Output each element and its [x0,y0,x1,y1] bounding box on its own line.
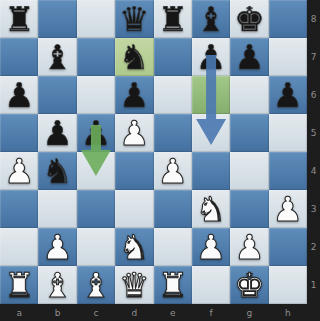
piece-white-pawn[interactable]: ♟ [157,152,187,190]
piece-black-pawn[interactable]: ♟ [273,76,303,114]
square-d1[interactable]: ♛ [115,266,153,304]
file-label-h: h [269,304,307,321]
square-c4[interactable] [77,152,115,190]
square-g6[interactable] [230,76,268,114]
rank-label-3: 3 [307,190,320,228]
piece-black-king[interactable]: ♚ [234,0,264,38]
square-b1[interactable]: ♝ [38,266,76,304]
piece-black-rook[interactable]: ♜ [4,0,34,38]
rank-label-7: 7 [307,38,320,76]
square-b2[interactable]: ♟ [38,228,76,266]
square-a7[interactable] [0,38,38,76]
square-c7[interactable] [77,38,115,76]
rank-label-4: 4 [307,152,320,190]
file-label-d: d [115,304,153,321]
square-c6[interactable] [77,76,115,114]
square-g5[interactable] [230,114,268,152]
rank-label-5: 5 [307,114,320,152]
square-b5[interactable]: ♟ [38,114,76,152]
rank-coordinates: 87654321 [307,0,320,304]
chess-board: ♜♛♜♝♚♝♞♟♟♟♟♟♟♟♟♟♞♟♞♟♟♞♟♟♜♝♝♛♜♚ [0,0,307,304]
piece-white-queen[interactable]: ♛ [119,266,149,304]
square-b3[interactable] [38,190,76,228]
square-c5[interactable]: ♟ [77,114,115,152]
piece-white-pawn[interactable]: ♟ [234,228,264,266]
square-a5[interactable] [0,114,38,152]
square-e7[interactable] [154,38,192,76]
square-f1[interactable] [192,266,230,304]
piece-white-pawn[interactable]: ♟ [42,228,72,266]
square-h1[interactable] [269,266,307,304]
square-g3[interactable] [230,190,268,228]
square-f6[interactable] [192,76,230,114]
square-d5[interactable]: ♟ [115,114,153,152]
square-e2[interactable] [154,228,192,266]
file-coordinates: abcdefgh [0,304,307,321]
chess-app: ♜♛♜♝♚♝♞♟♟♟♟♟♟♟♟♟♞♟♞♟♟♞♟♟♜♝♝♛♜♚ 87654321 … [0,0,320,321]
piece-black-knight[interactable]: ♞ [119,38,149,76]
piece-black-rook[interactable]: ♜ [157,0,187,38]
square-h4[interactable] [269,152,307,190]
square-a1[interactable]: ♜ [0,266,38,304]
piece-black-bishop[interactable]: ♝ [196,0,226,38]
piece-white-pawn[interactable]: ♟ [119,114,149,152]
square-g4[interactable] [230,152,268,190]
square-h8[interactable] [269,0,307,38]
square-b7[interactable]: ♝ [38,38,76,76]
piece-black-pawn[interactable]: ♟ [119,76,149,114]
piece-white-pawn[interactable]: ♟ [273,190,303,228]
square-a3[interactable] [0,190,38,228]
square-f7[interactable]: ♟ [192,38,230,76]
square-b6[interactable] [38,76,76,114]
square-d4[interactable] [115,152,153,190]
piece-white-rook[interactable]: ♜ [4,266,34,304]
piece-white-pawn[interactable]: ♟ [4,152,34,190]
square-d7[interactable]: ♞ [115,38,153,76]
square-c1[interactable]: ♝ [77,266,115,304]
square-e4[interactable]: ♟ [154,152,192,190]
square-f5[interactable] [192,114,230,152]
square-g1[interactable]: ♚ [230,266,268,304]
square-e3[interactable] [154,190,192,228]
square-h5[interactable] [269,114,307,152]
file-label-b: b [38,304,76,321]
square-e8[interactable]: ♜ [154,0,192,38]
square-f4[interactable] [192,152,230,190]
piece-black-pawn[interactable]: ♟ [234,38,264,76]
file-label-f: f [192,304,230,321]
piece-black-pawn[interactable]: ♟ [42,114,72,152]
square-h7[interactable] [269,38,307,76]
piece-black-bishop[interactable]: ♝ [42,38,72,76]
rank-label-1: 1 [307,266,320,304]
piece-white-pawn[interactable]: ♟ [196,228,226,266]
rank-label-8: 8 [307,0,320,38]
square-e1[interactable]: ♜ [154,266,192,304]
piece-white-knight[interactable]: ♞ [119,228,149,266]
square-d8[interactable]: ♛ [115,0,153,38]
square-c3[interactable] [77,190,115,228]
square-b8[interactable] [38,0,76,38]
square-h3[interactable]: ♟ [269,190,307,228]
square-f2[interactable]: ♟ [192,228,230,266]
rank-label-6: 6 [307,76,320,114]
square-b4[interactable]: ♞ [38,152,76,190]
rank-label-2: 2 [307,228,320,266]
piece-white-king[interactable]: ♚ [234,266,264,304]
piece-black-pawn[interactable]: ♟ [4,76,34,114]
piece-black-pawn[interactable]: ♟ [196,38,226,76]
square-c8[interactable] [77,0,115,38]
square-f8[interactable]: ♝ [192,0,230,38]
square-h2[interactable] [269,228,307,266]
piece-white-rook[interactable]: ♜ [157,266,187,304]
piece-black-queen[interactable]: ♛ [119,0,149,38]
square-g2[interactable]: ♟ [230,228,268,266]
file-label-g: g [230,304,268,321]
square-d2[interactable]: ♞ [115,228,153,266]
square-g8[interactable]: ♚ [230,0,268,38]
piece-white-knight[interactable]: ♞ [196,190,226,228]
piece-black-knight[interactable]: ♞ [42,152,72,190]
square-a6[interactable]: ♟ [0,76,38,114]
piece-white-bishop[interactable]: ♝ [81,266,111,304]
square-g7[interactable]: ♟ [230,38,268,76]
square-f3[interactable]: ♞ [192,190,230,228]
piece-white-bishop[interactable]: ♝ [42,266,72,304]
square-a8[interactable]: ♜ [0,0,38,38]
square-d3[interactable] [115,190,153,228]
square-e6[interactable] [154,76,192,114]
file-label-c: c [77,304,115,321]
piece-black-pawn[interactable]: ♟ [81,114,111,152]
square-a4[interactable]: ♟ [0,152,38,190]
square-d6[interactable]: ♟ [115,76,153,114]
file-label-e: e [154,304,192,321]
square-c2[interactable] [77,228,115,266]
square-h6[interactable]: ♟ [269,76,307,114]
square-e5[interactable] [154,114,192,152]
file-label-a: a [0,304,38,321]
square-a2[interactable] [0,228,38,266]
